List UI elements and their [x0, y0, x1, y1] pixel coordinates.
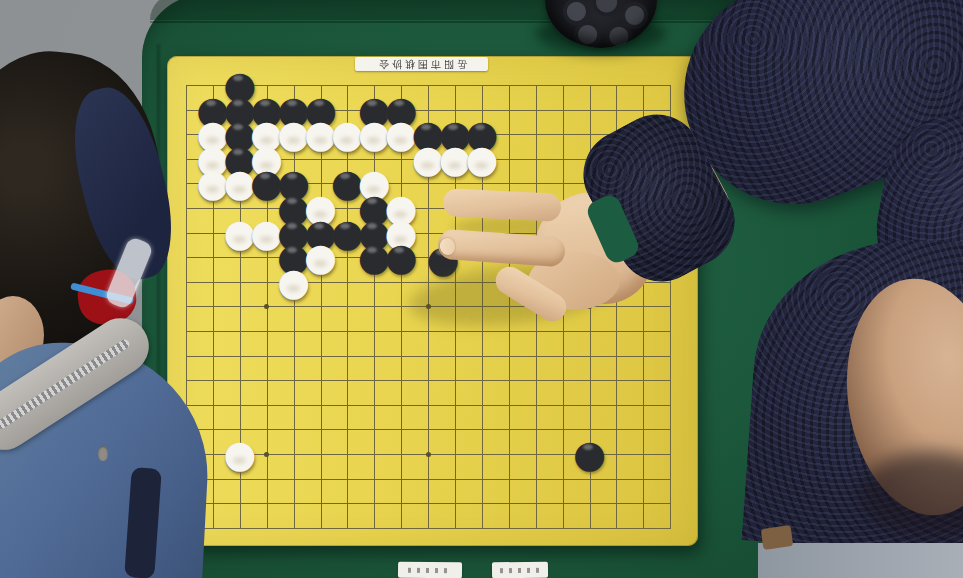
- association-label: 岳阳市围棋协会: [355, 57, 488, 71]
- black-stone: ●: [576, 440, 604, 468]
- paper-label-left: [398, 562, 462, 578]
- star-point: [264, 452, 269, 457]
- star-point: [426, 452, 431, 457]
- go-game-photo: ●●●●●●●●●●●●●●●●●●●●●●●●●●●●●●●●●●●●●●●●…: [0, 0, 963, 578]
- paper-label-left-text: [408, 567, 453, 572]
- jacket-eyelet: [98, 446, 108, 461]
- association-label-text: 岳阳市围棋协会: [376, 57, 467, 71]
- grid-line-h: [186, 503, 671, 504]
- grid-line-h: [186, 405, 671, 406]
- white-stone: ●: [307, 243, 335, 271]
- paper-label-right: [492, 562, 548, 578]
- white-stone: ●: [280, 268, 308, 296]
- grid-line-h: [186, 331, 671, 332]
- grid-line-h: [186, 380, 671, 381]
- grid-line-h: [186, 528, 671, 529]
- grid-line-h: [186, 356, 671, 357]
- white-stone: ●: [226, 440, 254, 468]
- star-point: [264, 304, 269, 309]
- chair-fragment: [761, 525, 794, 550]
- black-stone: ●: [387, 243, 415, 271]
- white-stone: ●: [468, 145, 496, 173]
- grid-line-h: [186, 429, 671, 430]
- floor-bottom-right: [758, 543, 963, 578]
- grid-line-h: [186, 479, 671, 480]
- paper-label-right-text: [500, 567, 539, 572]
